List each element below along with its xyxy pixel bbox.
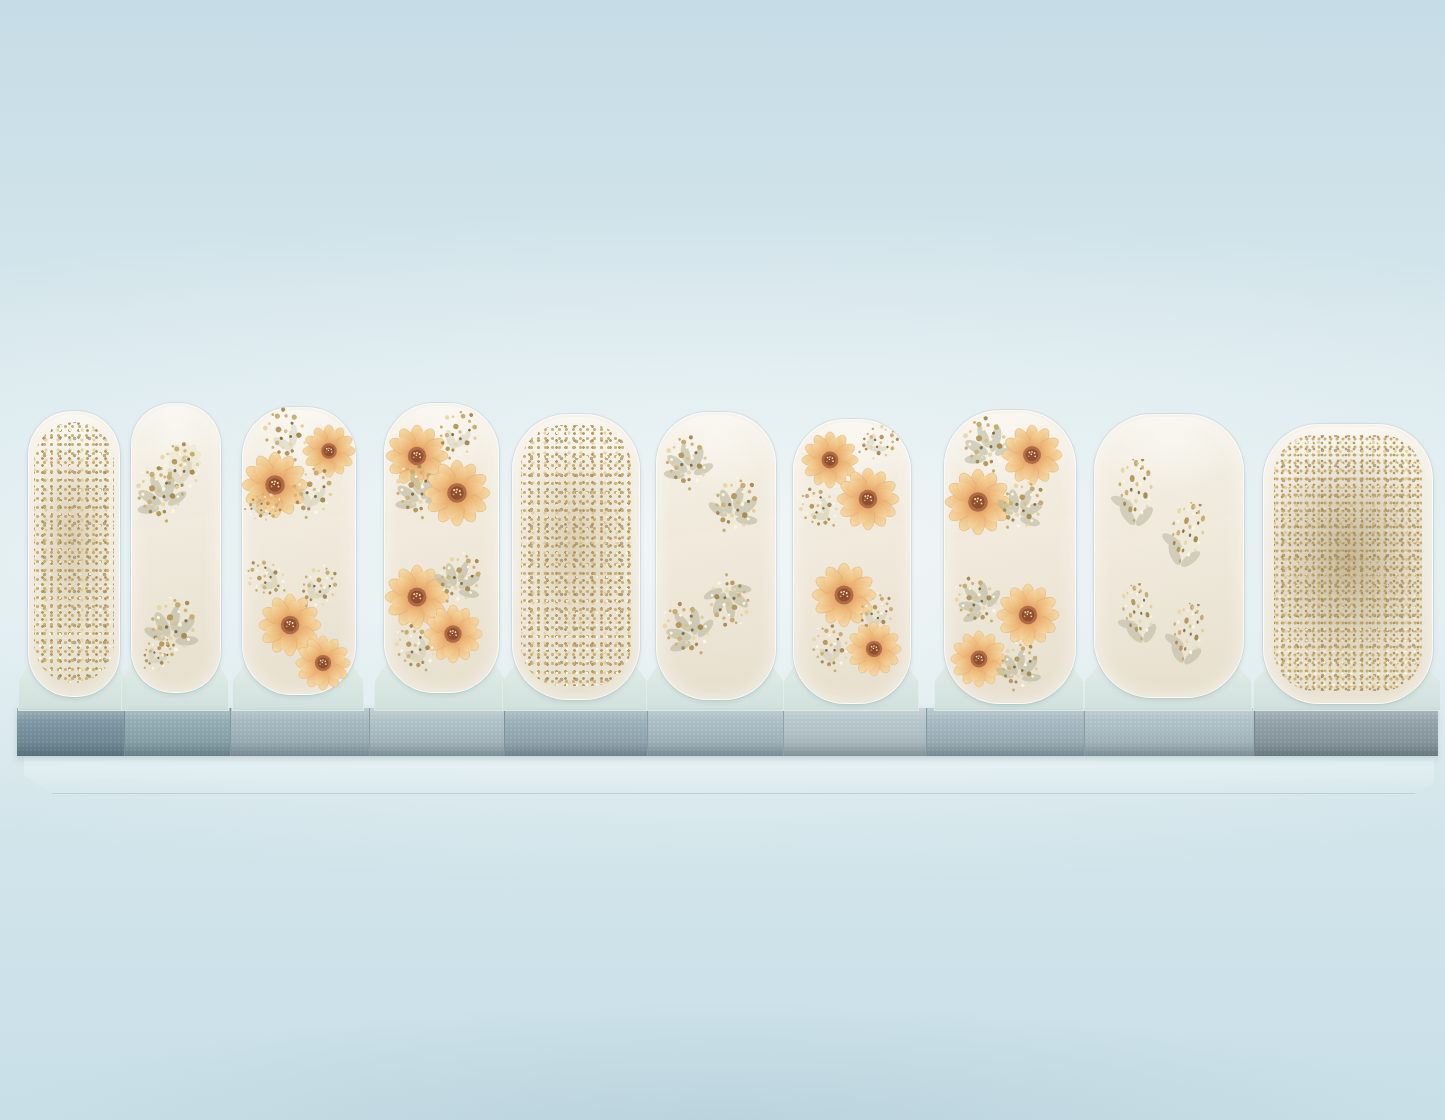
nail-wrap-3	[242, 407, 356, 695]
leaf-glitter-cluster	[987, 638, 1052, 703]
tall-glitter-spray	[1152, 599, 1224, 671]
gold-glitter-fill	[521, 425, 632, 686]
nail-wrap-9	[1094, 414, 1244, 698]
adhesive-band-segment	[17, 708, 124, 756]
nail-wrap-1	[28, 411, 120, 697]
nail-wrap-6	[656, 412, 776, 700]
film-sheet-edge	[24, 756, 1434, 794]
gold-glitter-fill	[34, 422, 113, 683]
adhesive-band-segment	[230, 708, 370, 756]
nail-wrap-8	[944, 410, 1076, 704]
adhesive-strip-band	[17, 708, 1437, 756]
nail-wrap-4	[384, 403, 499, 693]
daisy-flower	[294, 634, 352, 692]
gold-glitter-fill	[1274, 435, 1422, 691]
glitter-cluster	[278, 462, 348, 532]
adhesive-band-segment	[1084, 708, 1255, 756]
daisy-flower	[835, 466, 901, 532]
adhesive-band-segment	[647, 708, 784, 756]
adhesive-band-segment	[369, 708, 505, 756]
adhesive-band-segment	[1254, 708, 1438, 756]
tall-glitter-spray	[1146, 496, 1227, 577]
adhesive-band-segment	[504, 708, 648, 756]
adhesive-band-segment	[783, 708, 927, 756]
glitter-cluster	[235, 484, 284, 533]
adhesive-band-segment	[926, 708, 1085, 756]
adhesive-band-segment	[124, 708, 231, 756]
nail-wrap-5	[512, 414, 640, 700]
nail-wrap-2	[131, 403, 221, 693]
nail-wrap-7	[793, 419, 911, 704]
daisy-flower	[422, 458, 492, 528]
photo	[0, 0, 1445, 1120]
nail-wrap-10	[1263, 424, 1433, 704]
